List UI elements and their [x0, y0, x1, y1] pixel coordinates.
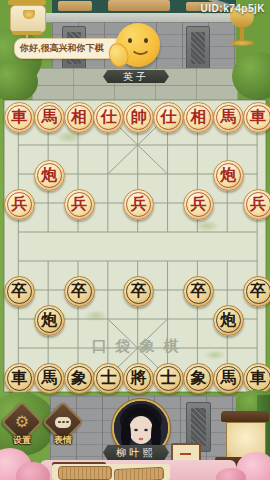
board-watermark: 口袋象棋: [4, 337, 266, 356]
xiangqi-piece-black-n-f7r9[interactable]: 馬: [213, 363, 244, 394]
emote-button[interactable]: [48, 407, 78, 437]
xiangqi-piece-black-c-f1r7[interactable]: 炮: [34, 305, 65, 336]
xiangqi-piece-black-p-f6r6[interactable]: 卒: [183, 276, 214, 307]
trophy-lantern-icon: [224, 6, 260, 60]
xiangqi-piece-red-a-f3r0[interactable]: 仕: [93, 102, 124, 133]
emote-label: 表情: [43, 434, 83, 447]
gear-icon: ⚙: [15, 414, 29, 430]
bamboo-scroll: [114, 467, 165, 480]
xiangqi-piece-red-n-f1r0[interactable]: 馬: [34, 102, 65, 133]
xiangqi-piece-black-k-f4r9[interactable]: 將: [123, 363, 154, 394]
gold-ingot-icon: [23, 10, 35, 19]
xiangqi-piece-red-n-f7r0[interactable]: 馬: [213, 102, 244, 133]
shelf-item: [58, 1, 92, 11]
xiangqi-piece-black-b-f6r9[interactable]: 象: [183, 363, 214, 394]
xiangqi-piece-red-b-f2r0[interactable]: 相: [64, 102, 95, 133]
xiangqi-piece-black-a-f3r9[interactable]: 士: [93, 363, 124, 394]
xiangqi-piece-black-p-f2r6[interactable]: 卒: [64, 276, 95, 307]
xiangqi-piece-red-b-f6r0[interactable]: 相: [183, 102, 214, 133]
xiangqi-piece-black-c-f7r7[interactable]: 炮: [213, 305, 244, 336]
xiangqi-piece-red-p-f8r3[interactable]: 兵: [243, 189, 270, 220]
chat-bubble-icon: [55, 417, 71, 428]
xiangqi-piece-red-r-f8r0[interactable]: 車: [243, 102, 270, 133]
xiangqi-board[interactable]: 口袋象棋 車馬相仕帥仕相馬車炮炮兵兵兵兵兵卒卒卒卒卒炮炮車馬象士將士象馬車: [4, 100, 266, 392]
bamboo-scroll: [58, 466, 112, 480]
xiangqi-piece-black-a-f5r9[interactable]: 士: [153, 363, 184, 394]
hanging-lantern-icon: [8, 0, 46, 38]
settings-label: 设置: [2, 434, 42, 447]
carved-pillar-right: [186, 26, 210, 70]
xiangqi-piece-red-k-f4r0[interactable]: 帥: [123, 102, 154, 133]
xiangqi-piece-red-p-f6r3[interactable]: 兵: [183, 189, 214, 220]
xiangqi-piece-black-r-f0r9[interactable]: 車: [4, 363, 35, 394]
smiley-emote-icon: [116, 23, 160, 67]
opponent-name-banner: 英子: [103, 70, 169, 83]
xiangqi-piece-red-a-f5r0[interactable]: 仕: [153, 102, 184, 133]
xiangqi-piece-black-p-f8r6[interactable]: 卒: [243, 276, 270, 307]
xiangqi-piece-black-r-f8r9[interactable]: 車: [243, 363, 270, 394]
xiangqi-piece-black-p-f0r6[interactable]: 卒: [4, 276, 35, 307]
xiangqi-piece-red-p-f0r3[interactable]: 兵: [4, 189, 35, 220]
game-screen: UID:k74p5jK 你好,很高兴和你下棋 英子 口袋象棋 車馬相仕帥仕相馬車…: [0, 0, 270, 480]
xiangqi-piece-red-p-f2r3[interactable]: 兵: [64, 189, 95, 220]
xiangqi-piece-black-p-f4r6[interactable]: 卒: [123, 276, 154, 307]
xiangqi-piece-red-c-f7r2[interactable]: 炮: [213, 160, 244, 191]
xiangqi-piece-black-b-f2r9[interactable]: 象: [64, 363, 95, 394]
uid-label: UID:k74p5jK: [201, 3, 265, 14]
xiangqi-piece-red-c-f1r2[interactable]: 炮: [34, 160, 65, 191]
player-name-banner: 柳叶熙: [103, 445, 169, 460]
xiangqi-piece-red-p-f4r3[interactable]: 兵: [123, 189, 154, 220]
shelf-item: [108, 0, 170, 11]
settings-button[interactable]: ⚙: [7, 407, 37, 437]
xiangqi-piece-red-r-f0r0[interactable]: 車: [4, 102, 35, 133]
xiangqi-piece-black-n-f1r9[interactable]: 馬: [34, 363, 65, 394]
